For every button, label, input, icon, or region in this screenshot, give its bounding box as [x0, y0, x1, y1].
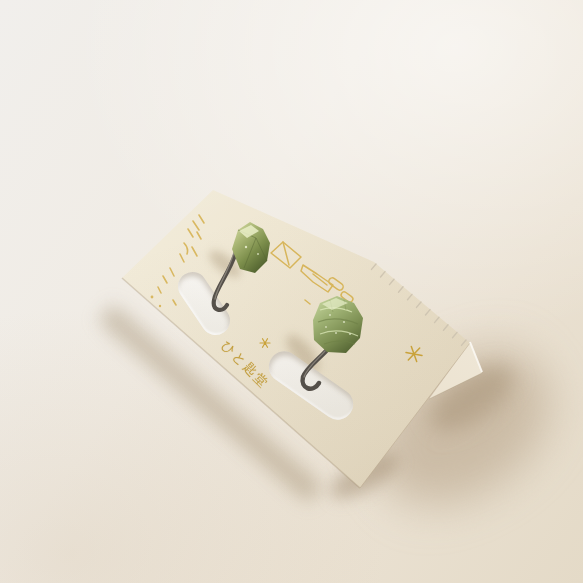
brand-text: ひと匙堂: [217, 337, 273, 393]
photo-background: ひと匙堂: [0, 0, 583, 583]
right-stone-shadow: [281, 330, 325, 377]
card-slot-right: [263, 345, 359, 425]
card-slot-left: [172, 266, 235, 340]
earring-display-card: ひと匙堂: [0, 0, 583, 583]
left-stone-shadow: [205, 246, 245, 282]
